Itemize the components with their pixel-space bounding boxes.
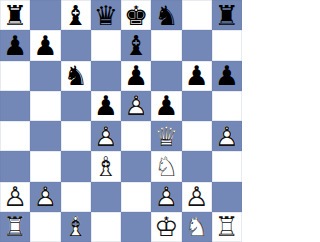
piece-white-rook-fill: ♜: [0, 212, 30, 242]
piece-white-knight: ♘: [182, 212, 212, 242]
piece-black-rook: ♜: [0, 0, 30, 30]
square-a6[interactable]: [0, 61, 30, 91]
square-b4[interactable]: [30, 121, 60, 151]
square-d1[interactable]: [91, 212, 121, 242]
piece-white-pawn: ♙: [182, 182, 212, 212]
piece-white-pawn-fill: ♟: [121, 91, 151, 121]
square-f4[interactable]: ♛♕: [151, 121, 181, 151]
piece-white-pawn-fill: ♟: [182, 182, 212, 212]
piece-black-bishop: ♝: [61, 0, 91, 30]
piece-white-pawn: ♙: [0, 182, 30, 212]
square-a2[interactable]: ♟♙: [0, 182, 30, 212]
square-e6[interactable]: ♟: [121, 61, 151, 91]
square-h5[interactable]: [212, 91, 242, 121]
square-h6[interactable]: ♟: [212, 61, 242, 91]
piece-black-queen: ♛: [91, 0, 121, 30]
piece-white-pawn: ♙: [151, 182, 181, 212]
piece-black-knight: ♞: [61, 61, 91, 91]
square-c1[interactable]: ♝♗: [61, 212, 91, 242]
square-g7[interactable]: [182, 30, 212, 60]
square-e1[interactable]: [121, 212, 151, 242]
piece-white-pawn: ♙: [91, 121, 121, 151]
piece-white-rook: ♖: [0, 212, 30, 242]
piece-black-bishop: ♝: [121, 30, 151, 60]
piece-white-pawn: ♙: [121, 91, 151, 121]
square-c4[interactable]: [61, 121, 91, 151]
square-g6[interactable]: ♟: [182, 61, 212, 91]
piece-black-pawn: ♟: [30, 30, 60, 60]
piece-white-pawn: ♙: [212, 121, 242, 151]
piece-black-pawn: ♟: [0, 30, 30, 60]
piece-white-pawn-fill: ♟: [91, 121, 121, 151]
square-b3[interactable]: [30, 151, 60, 181]
chess-app: ♜♝♛♚♞♜♟♟♝♞♟♟♟♟♟♙♟♟♙♛♕♟♙♝♗♞♘♟♙♟♙♟♙♟♙♜♖♝♗♚…: [0, 0, 320, 242]
square-e5[interactable]: ♟♙: [121, 91, 151, 121]
piece-white-rook-fill: ♜: [212, 212, 242, 242]
square-c8[interactable]: ♝: [61, 0, 91, 30]
square-a1[interactable]: ♜♖: [0, 212, 30, 242]
square-e7[interactable]: ♝: [121, 30, 151, 60]
square-c3[interactable]: [61, 151, 91, 181]
square-g2[interactable]: ♟♙: [182, 182, 212, 212]
square-f3[interactable]: ♞♘: [151, 151, 181, 181]
square-b1[interactable]: [30, 212, 60, 242]
square-f1[interactable]: ♚♔: [151, 212, 181, 242]
square-a8[interactable]: ♜: [0, 0, 30, 30]
piece-black-rook: ♜: [212, 0, 242, 30]
piece-white-king: ♔: [151, 212, 181, 242]
piece-white-pawn-fill: ♟: [151, 182, 181, 212]
piece-black-pawn: ♟: [182, 61, 212, 91]
piece-black-knight: ♞: [151, 0, 181, 30]
square-c2[interactable]: [61, 182, 91, 212]
square-d4[interactable]: ♟♙: [91, 121, 121, 151]
square-a4[interactable]: [0, 121, 30, 151]
square-c7[interactable]: [61, 30, 91, 60]
piece-black-pawn: ♟: [91, 91, 121, 121]
square-g8[interactable]: [182, 0, 212, 30]
piece-white-queen-fill: ♛: [151, 121, 181, 151]
piece-white-pawn-fill: ♟: [0, 182, 30, 212]
piece-black-king: ♚: [121, 0, 151, 30]
square-f6[interactable]: [151, 61, 181, 91]
piece-white-bishop-fill: ♝: [91, 151, 121, 181]
square-a5[interactable]: [0, 91, 30, 121]
piece-white-rook: ♖: [212, 212, 242, 242]
square-f2[interactable]: ♟♙: [151, 182, 181, 212]
square-g3[interactable]: [182, 151, 212, 181]
piece-white-knight-fill: ♞: [182, 212, 212, 242]
square-b6[interactable]: [30, 61, 60, 91]
square-h7[interactable]: [212, 30, 242, 60]
square-b7[interactable]: ♟: [30, 30, 60, 60]
square-c5[interactable]: [61, 91, 91, 121]
square-h2[interactable]: [212, 182, 242, 212]
square-h4[interactable]: ♟♙: [212, 121, 242, 151]
square-c6[interactable]: ♞: [61, 61, 91, 91]
piece-white-pawn: ♙: [30, 182, 60, 212]
piece-black-pawn: ♟: [212, 61, 242, 91]
square-h8[interactable]: ♜: [212, 0, 242, 30]
piece-white-pawn-fill: ♟: [212, 121, 242, 151]
chess-board: ♜♝♛♚♞♜♟♟♝♞♟♟♟♟♟♙♟♟♙♛♕♟♙♝♗♞♘♟♙♟♙♟♙♟♙♜♖♝♗♚…: [0, 0, 242, 242]
square-e4[interactable]: [121, 121, 151, 151]
square-h1[interactable]: ♜♖: [212, 212, 242, 242]
square-d7[interactable]: [91, 30, 121, 60]
piece-white-knight: ♘: [151, 151, 181, 181]
square-g4[interactable]: [182, 121, 212, 151]
square-d5[interactable]: ♟: [91, 91, 121, 121]
square-d6[interactable]: [91, 61, 121, 91]
piece-white-king-fill: ♚: [151, 212, 181, 242]
square-g5[interactable]: [182, 91, 212, 121]
square-b5[interactable]: [30, 91, 60, 121]
square-e8[interactable]: ♚: [121, 0, 151, 30]
piece-black-pawn: ♟: [151, 91, 181, 121]
piece-white-bishop: ♗: [61, 212, 91, 242]
square-h3[interactable]: [212, 151, 242, 181]
square-g1[interactable]: ♞♘: [182, 212, 212, 242]
square-f7[interactable]: [151, 30, 181, 60]
piece-white-bishop-fill: ♝: [61, 212, 91, 242]
piece-white-bishop: ♗: [91, 151, 121, 181]
square-e3[interactable]: [121, 151, 151, 181]
piece-white-knight-fill: ♞: [151, 151, 181, 181]
square-b8[interactable]: [30, 0, 60, 30]
piece-white-pawn-fill: ♟: [30, 182, 60, 212]
piece-black-pawn: ♟: [121, 61, 151, 91]
square-f8[interactable]: ♞: [151, 0, 181, 30]
square-b2[interactable]: ♟♙: [30, 182, 60, 212]
square-d2[interactable]: [91, 182, 121, 212]
square-a3[interactable]: [0, 151, 30, 181]
square-e2[interactable]: [121, 182, 151, 212]
square-f5[interactable]: ♟: [151, 91, 181, 121]
square-d3[interactable]: ♝♗: [91, 151, 121, 181]
square-d8[interactable]: ♛: [91, 0, 121, 30]
square-a7[interactable]: ♟: [0, 30, 30, 60]
piece-white-queen: ♕: [151, 121, 181, 151]
